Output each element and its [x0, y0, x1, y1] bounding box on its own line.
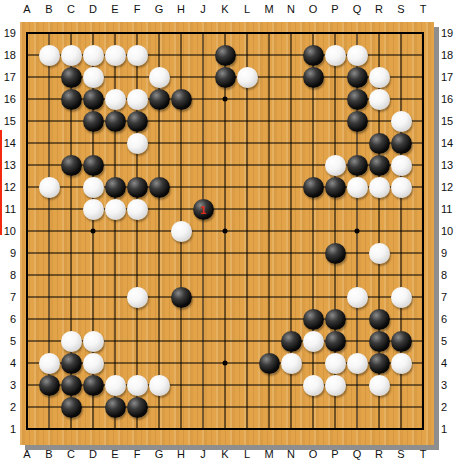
row-label-right-9: 9: [441, 247, 459, 259]
black-stone[interactable]: [61, 375, 82, 396]
white-stone[interactable]: [391, 111, 412, 132]
col-label-top-M: M: [259, 3, 279, 15]
col-label-top-D: D: [83, 3, 103, 15]
white-stone[interactable]: [391, 155, 412, 176]
row-label-left-8: 8: [0, 269, 16, 281]
black-stone[interactable]: [347, 89, 368, 110]
black-stone[interactable]: [127, 111, 148, 132]
col-label-bottom-J: J: [193, 448, 213, 460]
black-stone[interactable]: [369, 133, 390, 154]
black-stone[interactable]: [369, 155, 390, 176]
white-stone[interactable]: [303, 375, 324, 396]
white-stone[interactable]: [281, 353, 302, 374]
col-label-bottom-G: G: [149, 448, 169, 460]
white-stone[interactable]: [127, 89, 148, 110]
col-label-bottom-Q: Q: [347, 448, 367, 460]
col-label-bottom-M: M: [259, 448, 279, 460]
black-stone[interactable]: [325, 309, 346, 330]
white-stone[interactable]: [105, 45, 126, 66]
col-label-top-A: A: [17, 3, 37, 15]
col-label-bottom-R: R: [369, 448, 389, 460]
row-label-left-7: 7: [0, 291, 16, 303]
black-stone[interactable]: [171, 287, 192, 308]
white-stone[interactable]: [325, 353, 346, 374]
white-stone[interactable]: [105, 199, 126, 220]
col-label-bottom-A: A: [17, 448, 37, 460]
black-stone[interactable]: [61, 353, 82, 374]
black-stone[interactable]: [369, 353, 390, 374]
col-label-top-T: T: [413, 3, 433, 15]
row-label-right-10: 10: [441, 225, 459, 237]
white-stone[interactable]: [39, 353, 60, 374]
white-stone[interactable]: [61, 331, 82, 352]
white-stone[interactable]: [369, 375, 390, 396]
row-label-right-11: 11: [441, 203, 459, 215]
black-stone[interactable]: [105, 397, 126, 418]
black-stone[interactable]: [325, 331, 346, 352]
black-stone[interactable]: [215, 67, 236, 88]
col-label-top-R: R: [369, 3, 389, 15]
white-stone[interactable]: [325, 45, 346, 66]
col-label-top-C: C: [61, 3, 81, 15]
black-stone[interactable]: [325, 243, 346, 264]
black-stone[interactable]: [303, 45, 324, 66]
row-label-right-16: 16: [441, 93, 459, 105]
hoshi-point: [223, 229, 228, 234]
row-label-left-19: 19: [0, 27, 16, 39]
row-label-right-1: 1: [441, 423, 459, 435]
hoshi-point: [223, 97, 228, 102]
row-label-left-4: 4: [0, 357, 16, 369]
white-stone[interactable]: [83, 199, 104, 220]
black-stone[interactable]: [215, 45, 236, 66]
go-board[interactable]: 1: [20, 22, 434, 445]
black-stone[interactable]: [83, 375, 104, 396]
white-stone[interactable]: [391, 177, 412, 198]
row-label-right-15: 15: [441, 115, 459, 127]
black-stone[interactable]: [325, 177, 346, 198]
black-stone[interactable]: [83, 89, 104, 110]
col-label-top-L: L: [237, 3, 257, 15]
col-label-top-F: F: [127, 3, 147, 15]
white-stone[interactable]: [83, 353, 104, 374]
row-label-left-12: 12: [0, 181, 16, 193]
white-stone[interactable]: [369, 67, 390, 88]
black-stone[interactable]: [303, 177, 324, 198]
black-stone[interactable]: [347, 111, 368, 132]
black-stone[interactable]: [149, 89, 170, 110]
row-label-left-13: 13: [0, 159, 16, 171]
white-stone[interactable]: [347, 353, 368, 374]
col-label-bottom-C: C: [61, 448, 81, 460]
row-label-left-14: 14: [0, 137, 16, 149]
black-stone[interactable]: [61, 397, 82, 418]
col-label-bottom-P: P: [325, 448, 345, 460]
col-label-bottom-S: S: [391, 448, 411, 460]
white-stone[interactable]: [303, 331, 324, 352]
black-stone[interactable]: [369, 309, 390, 330]
row-label-left-16: 16: [0, 93, 16, 105]
col-label-top-H: H: [171, 3, 191, 15]
black-stone[interactable]: [105, 177, 126, 198]
white-stone[interactable]: [105, 375, 126, 396]
black-stone[interactable]: [303, 309, 324, 330]
white-stone[interactable]: [149, 375, 170, 396]
white-stone[interactable]: [83, 67, 104, 88]
black-stone[interactable]: [105, 111, 126, 132]
row-label-right-3: 3: [441, 379, 459, 391]
row-label-left-9: 9: [0, 247, 16, 259]
black-stone[interactable]: [347, 155, 368, 176]
row-label-right-17: 17: [441, 71, 459, 83]
col-label-top-J: J: [193, 3, 213, 15]
white-stone[interactable]: [237, 67, 258, 88]
hoshi-point: [91, 229, 96, 234]
black-stone[interactable]: [61, 89, 82, 110]
white-stone[interactable]: [61, 45, 82, 66]
row-label-left-11: 11: [0, 203, 16, 215]
row-label-right-12: 12: [441, 181, 459, 193]
black-stone[interactable]: [61, 67, 82, 88]
black-stone[interactable]: [149, 177, 170, 198]
white-stone[interactable]: [83, 331, 104, 352]
row-label-left-5: 5: [0, 335, 16, 347]
black-stone[interactable]: [61, 155, 82, 176]
black-stone[interactable]: [127, 177, 148, 198]
row-label-right-5: 5: [441, 335, 459, 347]
col-label-top-P: P: [325, 3, 345, 15]
col-label-top-K: K: [215, 3, 235, 15]
black-stone[interactable]: [347, 67, 368, 88]
row-label-right-7: 7: [441, 291, 459, 303]
white-stone[interactable]: [171, 221, 192, 242]
white-stone[interactable]: [325, 375, 346, 396]
row-label-left-15: 15: [0, 115, 16, 127]
black-stone[interactable]: [259, 353, 280, 374]
black-stone[interactable]: [369, 331, 390, 352]
black-stone[interactable]: 1: [193, 199, 214, 220]
white-stone[interactable]: [127, 375, 148, 396]
black-stone[interactable]: [391, 133, 412, 154]
col-label-bottom-N: N: [281, 448, 301, 460]
col-label-bottom-B: B: [39, 448, 59, 460]
white-stone[interactable]: [83, 177, 104, 198]
col-label-top-G: G: [149, 3, 169, 15]
white-stone[interactable]: [347, 45, 368, 66]
col-label-bottom-D: D: [83, 448, 103, 460]
white-stone[interactable]: [105, 89, 126, 110]
row-label-left-6: 6: [0, 313, 16, 325]
black-stone[interactable]: [127, 397, 148, 418]
black-stone[interactable]: [83, 155, 104, 176]
col-label-top-E: E: [105, 3, 125, 15]
white-stone[interactable]: [39, 177, 60, 198]
row-label-right-6: 6: [441, 313, 459, 325]
white-stone[interactable]: [149, 67, 170, 88]
row-label-right-14: 14: [441, 137, 459, 149]
row-label-left-10: 10: [0, 225, 16, 237]
black-stone[interactable]: [391, 331, 412, 352]
col-label-bottom-K: K: [215, 448, 235, 460]
white-stone[interactable]: [325, 155, 346, 176]
col-label-bottom-H: H: [171, 448, 191, 460]
black-stone[interactable]: [303, 67, 324, 88]
white-stone[interactable]: [369, 177, 390, 198]
col-label-bottom-T: T: [413, 448, 433, 460]
col-label-bottom-O: O: [303, 448, 323, 460]
white-stone[interactable]: [127, 133, 148, 154]
row-label-left-17: 17: [0, 71, 16, 83]
row-label-right-2: 2: [441, 401, 459, 413]
col-label-bottom-F: F: [127, 448, 147, 460]
white-stone[interactable]: [127, 199, 148, 220]
white-stone[interactable]: [347, 287, 368, 308]
col-label-top-S: S: [391, 3, 411, 15]
row-label-left-1: 1: [0, 423, 16, 435]
black-stone[interactable]: [39, 375, 60, 396]
col-label-top-N: N: [281, 3, 301, 15]
white-stone[interactable]: [127, 287, 148, 308]
white-stone[interactable]: [127, 45, 148, 66]
row-label-left-2: 2: [0, 401, 16, 413]
col-label-bottom-L: L: [237, 448, 257, 460]
white-stone[interactable]: [369, 243, 390, 264]
black-stone[interactable]: [171, 89, 192, 110]
hoshi-point: [355, 229, 360, 234]
col-label-top-O: O: [303, 3, 323, 15]
white-stone[interactable]: [391, 287, 412, 308]
row-label-right-19: 19: [441, 27, 459, 39]
white-stone[interactable]: [391, 353, 412, 374]
hoshi-point: [223, 361, 228, 366]
white-stone[interactable]: [39, 45, 60, 66]
white-stone[interactable]: [347, 177, 368, 198]
col-label-top-Q: Q: [347, 3, 367, 15]
row-label-right-4: 4: [441, 357, 459, 369]
col-label-top-B: B: [39, 3, 59, 15]
last-move-marker: 1: [200, 204, 206, 215]
row-label-right-8: 8: [441, 269, 459, 281]
row-label-right-18: 18: [441, 49, 459, 61]
white-stone[interactable]: [83, 45, 104, 66]
row-label-left-18: 18: [0, 49, 16, 61]
row-label-left-3: 3: [0, 379, 16, 391]
row-label-right-13: 13: [441, 159, 459, 171]
col-label-bottom-E: E: [105, 448, 125, 460]
black-stone[interactable]: [281, 331, 302, 352]
black-stone[interactable]: [83, 111, 104, 132]
white-stone[interactable]: [369, 89, 390, 110]
